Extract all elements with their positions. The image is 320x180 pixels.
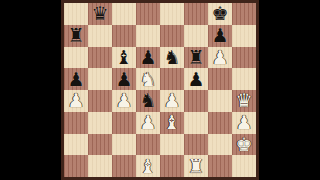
square-d4[interactable]: ♞ xyxy=(136,90,160,112)
white-pawn: ♟ xyxy=(67,91,84,110)
square-f6[interactable]: ♜ xyxy=(184,47,208,69)
square-b5[interactable] xyxy=(88,68,112,90)
square-f4[interactable] xyxy=(184,90,208,112)
square-d5[interactable]: ♞ xyxy=(136,68,160,90)
square-b6[interactable] xyxy=(88,47,112,69)
video-frame: ♛♚♜♟♝♟♞♜♟♟♟♞♟♟♟♞♟♛♟♝♟♚♝♜ xyxy=(0,0,320,180)
square-h3[interactable]: ♟ xyxy=(232,112,256,134)
black-knight: ♞ xyxy=(139,91,156,110)
square-g4[interactable] xyxy=(208,90,232,112)
square-h8[interactable] xyxy=(232,3,256,25)
square-d6[interactable]: ♟ xyxy=(136,47,160,69)
square-g8[interactable]: ♚ xyxy=(208,3,232,25)
square-a1[interactable] xyxy=(64,155,88,177)
white-queen: ♛ xyxy=(235,91,252,110)
black-pawn: ♟ xyxy=(187,69,204,88)
white-pawn: ♟ xyxy=(235,113,252,132)
square-a5[interactable]: ♟ xyxy=(64,68,88,90)
square-c8[interactable] xyxy=(112,3,136,25)
square-e2[interactable] xyxy=(160,134,184,156)
black-pawn: ♟ xyxy=(139,47,156,66)
white-rook: ♜ xyxy=(187,156,204,175)
square-a7[interactable]: ♜ xyxy=(64,25,88,47)
square-d8[interactable] xyxy=(136,3,160,25)
square-a3[interactable] xyxy=(64,112,88,134)
square-e1[interactable] xyxy=(160,155,184,177)
square-b4[interactable] xyxy=(88,90,112,112)
square-h4[interactable]: ♛ xyxy=(232,90,256,112)
white-bishop: ♝ xyxy=(163,113,180,132)
black-bishop: ♝ xyxy=(115,47,132,66)
square-f8[interactable] xyxy=(184,3,208,25)
white-pawn: ♟ xyxy=(115,91,132,110)
square-c3[interactable] xyxy=(112,112,136,134)
white-pawn: ♟ xyxy=(139,113,156,132)
square-f7[interactable] xyxy=(184,25,208,47)
square-f3[interactable] xyxy=(184,112,208,134)
square-a8[interactable] xyxy=(64,3,88,25)
square-h1[interactable] xyxy=(232,155,256,177)
square-a2[interactable] xyxy=(64,134,88,156)
square-g2[interactable] xyxy=(208,134,232,156)
square-h2[interactable]: ♚ xyxy=(232,134,256,156)
square-h5[interactable] xyxy=(232,68,256,90)
square-b8[interactable]: ♛ xyxy=(88,3,112,25)
black-rook: ♜ xyxy=(67,26,84,45)
square-d1[interactable]: ♝ xyxy=(136,155,160,177)
white-bishop: ♝ xyxy=(139,156,156,175)
square-g1[interactable] xyxy=(208,155,232,177)
square-c5[interactable]: ♟ xyxy=(112,68,136,90)
white-knight: ♞ xyxy=(139,69,156,88)
black-king: ♚ xyxy=(211,4,228,23)
square-g3[interactable] xyxy=(208,112,232,134)
black-knight: ♞ xyxy=(163,47,180,66)
square-e6[interactable]: ♞ xyxy=(160,47,184,69)
black-pawn: ♟ xyxy=(115,69,132,88)
black-queen: ♛ xyxy=(91,4,108,23)
square-a4[interactable]: ♟ xyxy=(64,90,88,112)
square-e8[interactable] xyxy=(160,3,184,25)
square-d3[interactable]: ♟ xyxy=(136,112,160,134)
square-g7[interactable]: ♟ xyxy=(208,25,232,47)
square-f2[interactable] xyxy=(184,134,208,156)
square-g5[interactable] xyxy=(208,68,232,90)
square-h6[interactable] xyxy=(232,47,256,69)
square-f5[interactable]: ♟ xyxy=(184,68,208,90)
square-c1[interactable] xyxy=(112,155,136,177)
black-pawn: ♟ xyxy=(211,26,228,45)
square-g6[interactable]: ♟ xyxy=(208,47,232,69)
white-pawn: ♟ xyxy=(163,91,180,110)
square-c2[interactable] xyxy=(112,134,136,156)
square-e4[interactable]: ♟ xyxy=(160,90,184,112)
square-c7[interactable] xyxy=(112,25,136,47)
chess-board: ♛♚♜♟♝♟♞♜♟♟♟♞♟♟♟♞♟♛♟♝♟♚♝♜ xyxy=(61,0,259,180)
square-c4[interactable]: ♟ xyxy=(112,90,136,112)
square-h7[interactable] xyxy=(232,25,256,47)
square-a6[interactable] xyxy=(64,47,88,69)
square-e5[interactable] xyxy=(160,68,184,90)
black-pawn: ♟ xyxy=(67,69,84,88)
white-king: ♚ xyxy=(235,134,252,153)
square-b2[interactable] xyxy=(88,134,112,156)
square-d7[interactable] xyxy=(136,25,160,47)
black-rook: ♜ xyxy=(187,47,204,66)
square-e3[interactable]: ♝ xyxy=(160,112,184,134)
square-b3[interactable] xyxy=(88,112,112,134)
square-b7[interactable] xyxy=(88,25,112,47)
square-d2[interactable] xyxy=(136,134,160,156)
square-c6[interactable]: ♝ xyxy=(112,47,136,69)
white-pawn: ♟ xyxy=(211,47,228,66)
square-f1[interactable]: ♜ xyxy=(184,155,208,177)
square-e7[interactable] xyxy=(160,25,184,47)
square-b1[interactable] xyxy=(88,155,112,177)
